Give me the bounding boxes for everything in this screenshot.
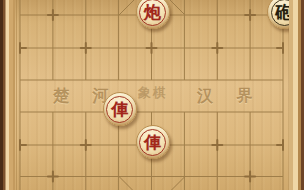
piece-red-chariot[interactable]: 俥 bbox=[103, 92, 137, 126]
xiangqi-board[interactable]: 楚 河 汉 界 象棋 炮砲俥俥 bbox=[0, 0, 304, 190]
river-watermark: 象棋 bbox=[138, 84, 168, 102]
board-frame-right bbox=[289, 0, 304, 190]
river-label-han-jie: 汉 界 bbox=[197, 86, 262, 107]
piece-glyph: 俥 bbox=[111, 93, 128, 125]
piece-glyph: 炮 bbox=[144, 0, 161, 28]
piece-red-chariot[interactable]: 俥 bbox=[136, 125, 170, 159]
piece-glyph: 俥 bbox=[144, 126, 161, 158]
board-frame-left bbox=[0, 0, 15, 190]
